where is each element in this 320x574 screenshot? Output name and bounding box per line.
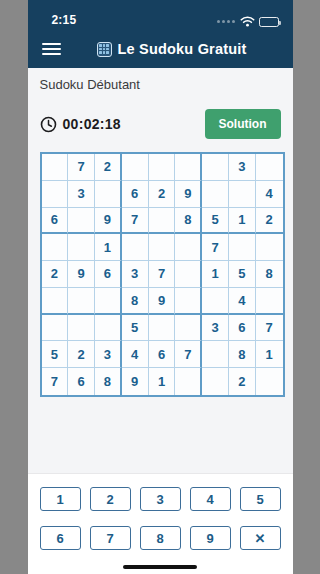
sudoku-cell-r9c1[interactable]: 7: [42, 368, 69, 395]
sudoku-board: 7233629469785121729637158894536752346781…: [40, 152, 285, 397]
sudoku-cell-r5c3[interactable]: 6: [95, 261, 122, 288]
sudoku-cell-r1c4[interactable]: [122, 154, 149, 181]
erase-button[interactable]: ✕: [240, 526, 281, 550]
nav-bar: Le Sudoku Gratuit: [28, 30, 293, 68]
sudoku-cell-r1c8[interactable]: 3: [229, 154, 256, 181]
numpad-key-7[interactable]: 7: [90, 526, 131, 550]
sudoku-cell-r9c5[interactable]: 1: [149, 368, 176, 395]
sudoku-cell-r5c6[interactable]: [175, 261, 202, 288]
sudoku-cell-r3c9[interactable]: 2: [256, 208, 283, 235]
sudoku-cell-r9c7[interactable]: [202, 368, 229, 395]
sudoku-cell-r8c1[interactable]: 5: [42, 341, 69, 368]
sudoku-cell-r9c2[interactable]: 6: [68, 368, 95, 395]
sudoku-cell-r2c5[interactable]: 2: [149, 181, 176, 208]
sudoku-cell-r1c1[interactable]: [42, 154, 69, 181]
numpad-key-9[interactable]: 9: [190, 526, 231, 550]
app-title: Le Sudoku Gratuit: [118, 41, 247, 57]
sudoku-cell-r9c8[interactable]: 2: [229, 368, 256, 395]
sudoku-cell-r8c9[interactable]: 1: [256, 341, 283, 368]
sudoku-cell-r9c4[interactable]: 9: [122, 368, 149, 395]
sudoku-cell-r9c9[interactable]: [256, 368, 283, 395]
clock-icon: [40, 116, 57, 133]
sudoku-cell-r3c5[interactable]: [149, 208, 176, 235]
sudoku-cell-r4c1[interactable]: [42, 234, 69, 261]
numpad: 123456789✕: [40, 487, 281, 550]
sudoku-cell-r3c2[interactable]: [68, 208, 95, 235]
sudoku-cell-r6c3[interactable]: [95, 288, 122, 315]
status-time: 2:15: [52, 13, 77, 27]
sudoku-cell-r2c2[interactable]: 3: [68, 181, 95, 208]
sudoku-cell-r8c4[interactable]: 4: [122, 341, 149, 368]
sudoku-cell-r2c9[interactable]: 4: [256, 181, 283, 208]
sudoku-cell-r4c5[interactable]: [149, 234, 176, 261]
sudoku-cell-r6c5[interactable]: 9: [149, 288, 176, 315]
sudoku-cell-r5c1[interactable]: 2: [42, 261, 69, 288]
sudoku-cell-r4c8[interactable]: [229, 234, 256, 261]
sudoku-cell-r6c4[interactable]: 8: [122, 288, 149, 315]
sudoku-cell-r6c1[interactable]: [42, 288, 69, 315]
sudoku-cell-r4c7[interactable]: 7: [202, 234, 229, 261]
sudoku-cell-r8c7[interactable]: [202, 341, 229, 368]
sudoku-cell-r4c3[interactable]: 1: [95, 234, 122, 261]
sudoku-cell-r2c4[interactable]: 6: [122, 181, 149, 208]
timer-value: 00:02:18: [63, 116, 121, 132]
sudoku-cell-r6c7[interactable]: [202, 288, 229, 315]
numpad-key-6[interactable]: 6: [40, 526, 81, 550]
sudoku-cell-r5c5[interactable]: 7: [149, 261, 176, 288]
sudoku-cell-r4c2[interactable]: [68, 234, 95, 261]
sudoku-cell-r3c3[interactable]: 9: [95, 208, 122, 235]
sudoku-cell-r4c9[interactable]: [256, 234, 283, 261]
timer: 00:02:18: [40, 116, 121, 133]
difficulty-label: Sudoku Débutant: [40, 76, 281, 94]
sudoku-cell-r6c8[interactable]: 4: [229, 288, 256, 315]
cellular-signal-icon: [217, 20, 235, 23]
sudoku-cell-r9c3[interactable]: 8: [95, 368, 122, 395]
sudoku-cell-r4c6[interactable]: [175, 234, 202, 261]
home-indicator: [123, 565, 197, 569]
sudoku-cell-r7c3[interactable]: [95, 315, 122, 342]
sudoku-cell-r7c7[interactable]: 3: [202, 315, 229, 342]
numpad-key-3[interactable]: 3: [140, 487, 181, 511]
sudoku-cell-r3c8[interactable]: 1: [229, 208, 256, 235]
sudoku-cell-r8c2[interactable]: 2: [68, 341, 95, 368]
sudoku-cell-r7c4[interactable]: 5: [122, 315, 149, 342]
sudoku-cell-r3c4[interactable]: 7: [122, 208, 149, 235]
content-area: Sudoku Débutant 00:02:18 Solution 723362…: [28, 68, 293, 473]
numpad-key-1[interactable]: 1: [40, 487, 81, 511]
sudoku-cell-r9c6[interactable]: [175, 368, 202, 395]
sudoku-cell-r7c8[interactable]: 6: [229, 315, 256, 342]
sudoku-cell-r1c5[interactable]: [149, 154, 176, 181]
sudoku-cell-r1c7[interactable]: [202, 154, 229, 181]
sudoku-cell-r2c1[interactable]: [42, 181, 69, 208]
battery-icon: [259, 17, 279, 27]
wifi-icon: [240, 16, 255, 27]
menu-icon[interactable]: [42, 43, 61, 56]
sudoku-cell-r5c7[interactable]: 1: [202, 261, 229, 288]
sudoku-cell-r6c2[interactable]: [68, 288, 95, 315]
sudoku-cell-r8c5[interactable]: 6: [149, 341, 176, 368]
sudoku-cell-r3c7[interactable]: 5: [202, 208, 229, 235]
sudoku-cell-r8c8[interactable]: 8: [229, 341, 256, 368]
sudoku-cell-r7c1[interactable]: [42, 315, 69, 342]
sudoku-cell-r5c2[interactable]: 9: [68, 261, 95, 288]
sudoku-cell-r1c6[interactable]: [175, 154, 202, 181]
app-screen: 2:15 Le Sudoku Gratuit Sudoku Débutant: [28, 0, 293, 574]
sudoku-cell-r2c8[interactable]: [229, 181, 256, 208]
sudoku-cell-r7c2[interactable]: [68, 315, 95, 342]
sudoku-cell-r4c4[interactable]: [122, 234, 149, 261]
sudoku-cell-r7c9[interactable]: 7: [256, 315, 283, 342]
sudoku-cell-r6c6[interactable]: [175, 288, 202, 315]
sudoku-cell-r6c9[interactable]: [256, 288, 283, 315]
sudoku-cell-r3c1[interactable]: 6: [42, 208, 69, 235]
sudoku-cell-r2c6[interactable]: 9: [175, 181, 202, 208]
sudoku-cell-r1c3[interactable]: 2: [95, 154, 122, 181]
status-bar: 2:15: [28, 0, 293, 30]
timer-row: 00:02:18 Solution: [40, 110, 281, 138]
numpad-key-4[interactable]: 4: [190, 487, 231, 511]
grid-icon: [97, 42, 112, 57]
numpad-key-5[interactable]: 5: [240, 487, 281, 511]
solution-button[interactable]: Solution: [205, 109, 281, 139]
numpad-key-8[interactable]: 8: [140, 526, 181, 550]
numpad-section: 123456789✕: [28, 473, 293, 574]
numpad-key-2[interactable]: 2: [90, 487, 131, 511]
sudoku-cell-r2c7[interactable]: [202, 181, 229, 208]
sudoku-cell-r8c3[interactable]: 3: [95, 341, 122, 368]
sudoku-cell-r5c9[interactable]: 8: [256, 261, 283, 288]
sudoku-cell-r7c6[interactable]: [175, 315, 202, 342]
sudoku-cell-r7c5[interactable]: [149, 315, 176, 342]
sudoku-cell-r3c6[interactable]: 8: [175, 208, 202, 235]
sudoku-cell-r5c4[interactable]: 3: [122, 261, 149, 288]
sudoku-cell-r8c6[interactable]: 7: [175, 341, 202, 368]
sudoku-cell-r2c3[interactable]: [95, 181, 122, 208]
sudoku-cell-r1c2[interactable]: 7: [68, 154, 95, 181]
sudoku-cell-r5c8[interactable]: 5: [229, 261, 256, 288]
sudoku-cell-r1c9[interactable]: [256, 154, 283, 181]
